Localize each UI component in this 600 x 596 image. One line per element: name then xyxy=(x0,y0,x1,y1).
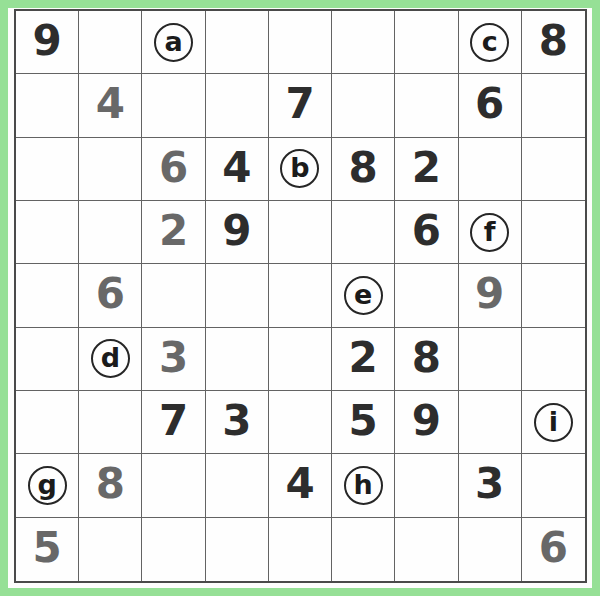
cell-r9c1[interactable]: 5 xyxy=(16,518,79,581)
circle-i: i xyxy=(534,403,573,442)
cell-r8c4[interactable] xyxy=(206,454,269,517)
given-digit: 3 xyxy=(159,337,188,379)
circle-g: g xyxy=(28,466,67,505)
cell-r8c8[interactable]: 3 xyxy=(459,454,522,517)
cell-r9c5[interactable] xyxy=(269,518,332,581)
cell-r5c7[interactable] xyxy=(395,264,458,327)
cell-r5c2[interactable]: 6 xyxy=(79,264,142,327)
cell-r3c5[interactable]: b xyxy=(269,138,332,201)
cell-r6c6[interactable]: 2 xyxy=(332,328,395,391)
cell-r7c9[interactable]: i xyxy=(522,391,585,454)
cell-r7c4[interactable]: 3 xyxy=(206,391,269,454)
cell-r9c8[interactable] xyxy=(459,518,522,581)
cell-r2c3[interactable] xyxy=(142,74,205,137)
given-digit: 4 xyxy=(96,83,125,125)
given-digit: 8 xyxy=(412,337,441,379)
cell-r5c6[interactable]: e xyxy=(332,264,395,327)
cell-r7c7[interactable]: 9 xyxy=(395,391,458,454)
cell-r9c4[interactable] xyxy=(206,518,269,581)
given-digit: 4 xyxy=(222,147,251,189)
cell-r9c3[interactable] xyxy=(142,518,205,581)
circle-letter: a xyxy=(164,28,182,55)
cell-r7c1[interactable] xyxy=(16,391,79,454)
given-digit: 9 xyxy=(32,20,61,62)
cell-r6c3[interactable]: 3 xyxy=(142,328,205,391)
cell-r7c5[interactable] xyxy=(269,391,332,454)
cell-r3c8[interactable] xyxy=(459,138,522,201)
cell-r7c6[interactable]: 5 xyxy=(332,391,395,454)
cell-r4c5[interactable] xyxy=(269,201,332,264)
cell-r1c2[interactable] xyxy=(79,11,142,74)
cell-r2c8[interactable]: 6 xyxy=(459,74,522,137)
circle-c: c xyxy=(470,23,509,62)
circle-d: d xyxy=(91,339,130,378)
circle-f: f xyxy=(470,213,509,252)
cell-r2c6[interactable] xyxy=(332,74,395,137)
given-digit: 6 xyxy=(475,83,504,125)
circle-letter: c xyxy=(482,28,498,55)
cell-r4c9[interactable] xyxy=(522,201,585,264)
given-digit: 6 xyxy=(96,273,125,315)
cell-r4c4[interactable]: 9 xyxy=(206,201,269,264)
given-digit: 6 xyxy=(539,527,568,569)
cell-r8c6[interactable]: h xyxy=(332,454,395,517)
given-digit: 9 xyxy=(412,400,441,442)
cell-r1c5[interactable] xyxy=(269,11,332,74)
cell-r4c3[interactable]: 2 xyxy=(142,201,205,264)
cell-r2c4[interactable] xyxy=(206,74,269,137)
sudoku-board: 9ac847664b82296f6e9d3287359ig84h356 xyxy=(14,9,587,583)
cell-r4c7[interactable]: 6 xyxy=(395,201,458,264)
cell-r9c2[interactable] xyxy=(79,518,142,581)
given-digit: 6 xyxy=(412,210,441,252)
circle-letter: e xyxy=(354,281,372,308)
given-digit: 4 xyxy=(285,463,314,505)
circle-letter: f xyxy=(484,218,496,245)
cell-r5c8[interactable]: 9 xyxy=(459,264,522,327)
cell-r5c5[interactable] xyxy=(269,264,332,327)
cell-r4c2[interactable] xyxy=(79,201,142,264)
cell-r8c2[interactable]: 8 xyxy=(79,454,142,517)
given-digit: 9 xyxy=(222,210,251,252)
cell-r3c6[interactable]: 8 xyxy=(332,138,395,201)
cell-r3c9[interactable] xyxy=(522,138,585,201)
circle-letter: i xyxy=(549,408,558,435)
cell-r8c1[interactable]: g xyxy=(16,454,79,517)
cell-r8c9[interactable] xyxy=(522,454,585,517)
given-digit: 3 xyxy=(222,400,251,442)
given-digit: 8 xyxy=(349,147,378,189)
cell-r3c7[interactable]: 2 xyxy=(395,138,458,201)
cell-r1c7[interactable] xyxy=(395,11,458,74)
cell-r9c7[interactable] xyxy=(395,518,458,581)
cell-r6c4[interactable] xyxy=(206,328,269,391)
cell-r2c5[interactable]: 7 xyxy=(269,74,332,137)
cell-r5c1[interactable] xyxy=(16,264,79,327)
cell-r6c5[interactable] xyxy=(269,328,332,391)
cell-r7c8[interactable] xyxy=(459,391,522,454)
cell-r5c3[interactable] xyxy=(142,264,205,327)
cell-r2c1[interactable] xyxy=(16,74,79,137)
circle-letter: b xyxy=(290,154,309,181)
circle-letter: h xyxy=(354,471,373,498)
cell-r3c4[interactable]: 4 xyxy=(206,138,269,201)
cell-r4c1[interactable] xyxy=(16,201,79,264)
given-digit: 6 xyxy=(159,147,188,189)
cell-r1c8[interactable]: c xyxy=(459,11,522,74)
cell-r7c3[interactable]: 7 xyxy=(142,391,205,454)
cell-r3c1[interactable] xyxy=(16,138,79,201)
cell-r4c8[interactable]: f xyxy=(459,201,522,264)
cell-r1c9[interactable]: 8 xyxy=(522,11,585,74)
given-digit: 2 xyxy=(412,147,441,189)
given-digit: 8 xyxy=(96,463,125,505)
cell-r3c3[interactable]: 6 xyxy=(142,138,205,201)
given-digit: 7 xyxy=(285,83,314,125)
cell-r1c1[interactable]: 9 xyxy=(16,11,79,74)
given-digit: 5 xyxy=(349,400,378,442)
cell-r3c2[interactable] xyxy=(79,138,142,201)
cell-r6c1[interactable] xyxy=(16,328,79,391)
cell-r9c6[interactable] xyxy=(332,518,395,581)
given-digit: 7 xyxy=(159,400,188,442)
circle-letter: g xyxy=(37,471,56,498)
green-frame: 9ac847664b82296f6e9d3287359ig84h356 xyxy=(0,0,600,596)
given-digit: 2 xyxy=(159,210,188,252)
circle-e: e xyxy=(344,276,383,315)
cell-r6c9[interactable] xyxy=(522,328,585,391)
cell-r6c8[interactable] xyxy=(459,328,522,391)
circle-letter: d xyxy=(101,344,120,371)
cell-r5c9[interactable] xyxy=(522,264,585,327)
cell-r9c9[interactable]: 6 xyxy=(522,518,585,581)
cell-r8c3[interactable] xyxy=(142,454,205,517)
cell-r4c6[interactable] xyxy=(332,201,395,264)
cell-r2c7[interactable] xyxy=(395,74,458,137)
circle-a: a xyxy=(154,23,193,62)
circle-h: h xyxy=(344,466,383,505)
given-digit: 2 xyxy=(349,337,378,379)
cell-r5c4[interactable] xyxy=(206,264,269,327)
cell-r7c2[interactable] xyxy=(79,391,142,454)
cell-r1c4[interactable] xyxy=(206,11,269,74)
given-digit: 9 xyxy=(475,273,504,315)
cell-r1c6[interactable] xyxy=(332,11,395,74)
given-digit: 8 xyxy=(539,20,568,62)
cell-r6c2[interactable]: d xyxy=(79,328,142,391)
cell-r2c9[interactable] xyxy=(522,74,585,137)
given-digit: 3 xyxy=(475,463,504,505)
cell-r8c5[interactable]: 4 xyxy=(269,454,332,517)
cell-r6c7[interactable]: 8 xyxy=(395,328,458,391)
circle-b: b xyxy=(280,149,319,188)
given-digit: 5 xyxy=(32,527,61,569)
cell-r1c3[interactable]: a xyxy=(142,11,205,74)
cell-r2c2[interactable]: 4 xyxy=(79,74,142,137)
cell-r8c7[interactable] xyxy=(395,454,458,517)
